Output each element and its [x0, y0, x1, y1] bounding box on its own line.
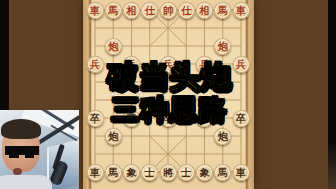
- piece-layer: 車馬相仕帥仕相馬車炮炮兵兵兵兵兵卒卒卒卒卒炮炮車馬象士將士象馬車: [83, 0, 254, 189]
- piece-red-soldier: 兵: [196, 56, 213, 73]
- xiangqi-board: 楚 河 漢 界 車馬相仕帥仕相馬車炮炮兵兵兵兵兵卒卒卒卒卒炮炮車馬象士將士象馬車: [83, 0, 254, 189]
- piece-black-soldier: 卒: [87, 110, 104, 127]
- piece-red-elephant: 相: [123, 2, 140, 19]
- piece-black-chariot: 車: [87, 164, 104, 181]
- piece-red-king: 帥: [160, 2, 177, 19]
- streamer-mouth: [13, 168, 22, 175]
- piece-red-advisor: 仕: [178, 2, 195, 19]
- piece-black-elephant: 象: [196, 164, 213, 181]
- piece-red-cannon: 炮: [214, 38, 231, 55]
- right-letterbox-bar: [328, 0, 336, 189]
- piece-red-horse: 馬: [214, 2, 231, 19]
- piece-red-horse: 馬: [105, 2, 122, 19]
- piece-black-soldier: 卒: [123, 110, 140, 127]
- piece-black-king: 將: [160, 164, 177, 181]
- piece-black-horse: 馬: [105, 164, 122, 181]
- piece-red-soldier: 兵: [123, 56, 140, 73]
- piece-red-soldier: 兵: [233, 56, 250, 73]
- piece-black-horse: 馬: [214, 164, 231, 181]
- piece-red-chariot: 車: [87, 2, 104, 19]
- streamer-hair: [1, 119, 41, 139]
- piece-black-cannon: 炮: [214, 128, 231, 145]
- piece-black-elephant: 象: [123, 164, 140, 181]
- pixel-sunglasses-icon: [5, 146, 39, 155]
- piece-black-cannon: 炮: [105, 128, 122, 145]
- piece-red-soldier: 兵: [87, 56, 104, 73]
- piece-red-elephant: 相: [196, 2, 213, 19]
- piece-black-soldier: 卒: [160, 110, 177, 127]
- piece-black-advisor: 士: [178, 164, 195, 181]
- video-frame: 楚 河 漢 界 車馬相仕帥仕相馬車炮炮兵兵兵兵兵卒卒卒卒卒炮炮車馬象士將士象馬車…: [0, 0, 336, 189]
- piece-black-soldier: 卒: [233, 110, 250, 127]
- webcam-overlay: [0, 110, 79, 189]
- streamer-shoulder: [0, 175, 52, 189]
- piece-black-chariot: 車: [233, 164, 250, 181]
- piece-black-soldier: 卒: [196, 110, 213, 127]
- piece-red-chariot: 車: [233, 2, 250, 19]
- piece-black-advisor: 士: [141, 164, 158, 181]
- piece-red-advisor: 仕: [141, 2, 158, 19]
- piece-red-cannon: 炮: [105, 38, 122, 55]
- piece-red-soldier: 兵: [160, 56, 177, 73]
